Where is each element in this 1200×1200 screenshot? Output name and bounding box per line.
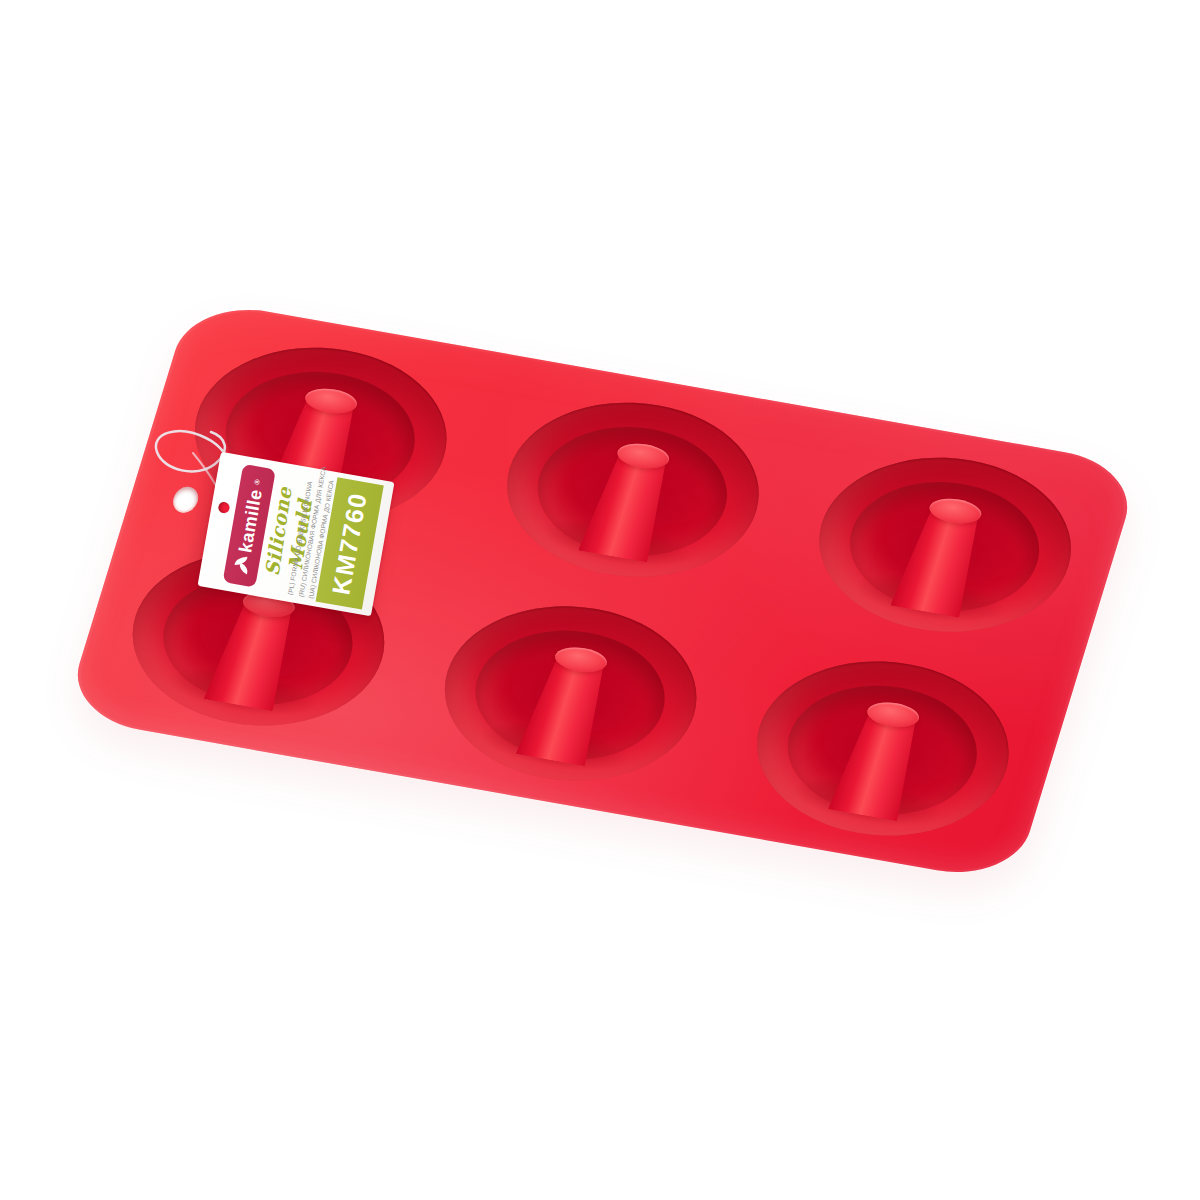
donut-cavity-3 <box>796 439 1094 651</box>
brand-name: kamille <box>236 488 265 554</box>
center-post <box>532 431 726 577</box>
model-code: KM7760 <box>326 490 373 597</box>
registered-mark: ® <box>253 479 261 485</box>
silicone-mold-tray <box>63 298 1141 884</box>
donut-cavity-6 <box>734 642 1032 854</box>
product-photo-stage: kamille ® Silicone Mould (PL) FORMA DO B… <box>0 0 1200 1200</box>
tag-hole <box>218 501 231 514</box>
leaf-icon <box>233 556 252 574</box>
center-post <box>469 634 663 780</box>
donut-cavity-2 <box>484 384 782 596</box>
tray-hang-hole <box>170 485 201 515</box>
donut-cavity-5 <box>422 587 720 799</box>
center-post <box>782 689 976 835</box>
center-post <box>844 486 1038 632</box>
